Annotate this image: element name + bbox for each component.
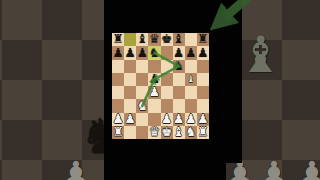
- black-queen[interactable]: ♛: [149, 33, 160, 46]
- video-frame: ♞♝♟♟♟♟ ♜♝♛♚♝♜♟♟♟♞♟♟♟♞♟♝♟♞♟♟♟♟♟♟♜♛♚♝♞♜: [0, 0, 320, 180]
- square-g4[interactable]: [185, 86, 197, 99]
- square-h6[interactable]: [197, 60, 209, 73]
- square-h1[interactable]: ♜: [197, 126, 209, 139]
- white-pawn[interactable]: ♟: [149, 86, 160, 99]
- black-knight[interactable]: ♞: [173, 60, 184, 73]
- white-knight[interactable]: ♞: [185, 126, 196, 139]
- black-pawn[interactable]: ♟: [137, 47, 148, 60]
- square-g5[interactable]: ♝: [185, 73, 197, 86]
- square-f6[interactable]: ♞: [173, 60, 185, 73]
- square-b5[interactable]: [124, 73, 136, 86]
- square-c1[interactable]: [136, 126, 148, 139]
- square-d1[interactable]: ♛: [148, 126, 160, 139]
- square-b7[interactable]: ♟: [124, 46, 136, 59]
- square-a1[interactable]: ♜: [112, 126, 124, 139]
- square-e5[interactable]: [161, 73, 173, 86]
- white-bishop[interactable]: ♝: [187, 75, 195, 84]
- square-d3[interactable]: [148, 99, 160, 112]
- white-king[interactable]: ♚: [161, 126, 172, 139]
- square-h5[interactable]: [197, 73, 209, 86]
- square-a4[interactable]: [112, 86, 124, 99]
- black-knight[interactable]: ♞: [149, 47, 160, 60]
- black-bishop[interactable]: ♝: [173, 33, 184, 46]
- pillarbox-band: [104, 163, 226, 180]
- white-rook[interactable]: ♜: [197, 126, 208, 139]
- square-h7[interactable]: ♟: [197, 46, 209, 59]
- black-rook[interactable]: ♜: [112, 33, 123, 46]
- square-f1[interactable]: ♝: [173, 126, 185, 139]
- square-d4[interactable]: ♟: [148, 86, 160, 99]
- square-a5[interactable]: [112, 73, 124, 86]
- black-pawn[interactable]: ♟: [112, 47, 123, 60]
- white-knight[interactable]: ♞: [137, 100, 148, 113]
- square-e4[interactable]: [161, 86, 173, 99]
- white-pawn[interactable]: ♟: [125, 113, 136, 126]
- square-c2[interactable]: [136, 113, 148, 126]
- white-queen[interactable]: ♛: [149, 126, 160, 139]
- square-f5[interactable]: [173, 73, 185, 86]
- square-b6[interactable]: [124, 60, 136, 73]
- square-a6[interactable]: [112, 60, 124, 73]
- square-e8[interactable]: ♚: [161, 33, 173, 46]
- black-bishop[interactable]: ♝: [137, 33, 148, 46]
- square-f4[interactable]: [173, 86, 185, 99]
- chess-board: ♜♝♛♚♝♜♟♟♟♞♟♟♟♞♟♝♟♞♟♟♟♟♟♟♜♛♚♝♞♜: [112, 33, 209, 139]
- square-b2[interactable]: ♟: [124, 113, 136, 126]
- square-e6[interactable]: [161, 60, 173, 73]
- square-b4[interactable]: [124, 86, 136, 99]
- square-d7[interactable]: ♞: [148, 46, 160, 59]
- square-g7[interactable]: ♟: [185, 46, 197, 59]
- black-rook[interactable]: ♜: [197, 33, 208, 46]
- black-king[interactable]: ♚: [161, 33, 172, 46]
- square-c5[interactable]: [136, 73, 148, 86]
- square-e1[interactable]: ♚: [161, 126, 173, 139]
- black-pawn[interactable]: ♟: [197, 47, 208, 60]
- square-c6[interactable]: [136, 60, 148, 73]
- square-a7[interactable]: ♟: [112, 46, 124, 59]
- white-bishop[interactable]: ♝: [173, 126, 184, 139]
- square-c3[interactable]: ♞: [136, 99, 148, 112]
- square-g6[interactable]: [185, 60, 197, 73]
- black-pawn[interactable]: ♟: [125, 47, 136, 60]
- square-b1[interactable]: [124, 126, 136, 139]
- square-h4[interactable]: [197, 86, 209, 99]
- black-pawn[interactable]: ♟: [185, 47, 196, 60]
- square-g1[interactable]: ♞: [185, 126, 197, 139]
- white-rook[interactable]: ♜: [112, 126, 123, 139]
- square-e7[interactable]: [161, 46, 173, 59]
- square-c7[interactable]: ♟: [136, 46, 148, 59]
